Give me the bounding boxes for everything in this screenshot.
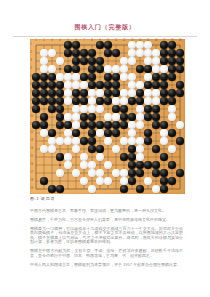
intersection-11-17[interactable] bbox=[112, 169, 120, 177]
intersection-16-5[interactable] bbox=[152, 73, 160, 81]
intersection-14-16[interactable] bbox=[136, 161, 144, 169]
intersection-18-8[interactable] bbox=[168, 97, 176, 105]
intersection-12-18[interactable] bbox=[120, 177, 128, 185]
intersection-6-11[interactable] bbox=[72, 121, 80, 129]
intersection-11-16[interactable] bbox=[112, 161, 120, 169]
intersection-7-13[interactable] bbox=[80, 137, 88, 145]
intersection-16-12[interactable] bbox=[152, 129, 160, 137]
intersection-14-10[interactable] bbox=[136, 113, 144, 121]
intersection-3-3[interactable] bbox=[48, 57, 56, 65]
intersection-8-1[interactable] bbox=[88, 41, 96, 49]
intersection-19-12[interactable] bbox=[176, 129, 184, 137]
intersection-11-14[interactable] bbox=[112, 145, 120, 153]
intersection-2-2[interactable] bbox=[40, 49, 48, 57]
intersection-2-19[interactable] bbox=[40, 185, 48, 193]
intersection-1-14[interactable] bbox=[32, 145, 40, 153]
intersection-12-13[interactable] bbox=[120, 137, 128, 145]
intersection-8-17[interactable] bbox=[88, 169, 96, 177]
intersection-15-12[interactable] bbox=[144, 129, 152, 137]
intersection-5-11[interactable] bbox=[64, 121, 72, 129]
intersection-7-10[interactable] bbox=[80, 113, 88, 121]
intersection-18-19[interactable] bbox=[168, 185, 176, 193]
intersection-4-9[interactable] bbox=[56, 105, 64, 113]
intersection-13-13[interactable] bbox=[128, 137, 136, 145]
intersection-10-18[interactable] bbox=[104, 177, 112, 185]
intersection-11-6[interactable] bbox=[112, 81, 120, 89]
intersection-8-13[interactable] bbox=[88, 137, 96, 145]
intersection-15-17[interactable] bbox=[144, 169, 152, 177]
intersection-7-16[interactable] bbox=[80, 161, 88, 169]
intersection-3-13[interactable] bbox=[48, 137, 56, 145]
intersection-14-18[interactable] bbox=[136, 177, 144, 185]
intersection-6-17[interactable] bbox=[72, 169, 80, 177]
intersection-18-17[interactable] bbox=[168, 169, 176, 177]
intersection-16-19[interactable] bbox=[152, 185, 160, 193]
intersection-10-12[interactable] bbox=[104, 129, 112, 137]
intersection-2-10[interactable] bbox=[40, 113, 48, 121]
intersection-14-1[interactable] bbox=[136, 41, 144, 49]
intersection-13-18[interactable] bbox=[128, 177, 136, 185]
intersection-5-18[interactable] bbox=[64, 177, 72, 185]
intersection-3-14[interactable] bbox=[48, 145, 56, 153]
intersection-19-6[interactable] bbox=[176, 81, 184, 89]
intersection-17-18[interactable] bbox=[160, 177, 168, 185]
intersection-17-9[interactable] bbox=[160, 105, 168, 113]
intersection-5-13[interactable] bbox=[64, 137, 72, 145]
intersection-12-1[interactable] bbox=[120, 41, 128, 49]
intersection-2-16[interactable] bbox=[40, 161, 48, 169]
intersection-13-16[interactable] bbox=[128, 161, 136, 169]
intersection-1-4[interactable] bbox=[32, 65, 40, 73]
intersection-16-4[interactable] bbox=[152, 65, 160, 73]
intersection-13-4[interactable] bbox=[128, 65, 136, 73]
intersection-18-16[interactable] bbox=[168, 161, 176, 169]
intersection-1-12[interactable] bbox=[32, 129, 40, 137]
intersection-13-17[interactable] bbox=[128, 169, 136, 177]
intersection-15-14[interactable] bbox=[144, 145, 152, 153]
intersection-16-18[interactable] bbox=[152, 177, 160, 185]
intersection-1-11[interactable] bbox=[32, 121, 40, 129]
intersection-12-16[interactable] bbox=[120, 161, 128, 169]
intersection-17-2[interactable] bbox=[160, 49, 168, 57]
intersection-10-5[interactable] bbox=[104, 73, 112, 81]
intersection-6-1[interactable] bbox=[72, 41, 80, 49]
intersection-9-11[interactable] bbox=[96, 121, 104, 129]
intersection-7-2[interactable] bbox=[80, 49, 88, 57]
intersection-17-3[interactable] bbox=[160, 57, 168, 65]
intersection-6-8[interactable] bbox=[72, 97, 80, 105]
intersection-17-16[interactable] bbox=[160, 161, 168, 169]
intersection-8-19[interactable] bbox=[88, 185, 96, 193]
intersection-5-9[interactable] bbox=[64, 105, 72, 113]
intersection-3-4[interactable] bbox=[48, 65, 56, 73]
intersection-19-9[interactable] bbox=[176, 105, 184, 113]
intersection-2-17[interactable] bbox=[40, 169, 48, 177]
intersection-10-8[interactable] bbox=[104, 97, 112, 105]
intersection-19-18[interactable] bbox=[176, 177, 184, 185]
intersection-11-4[interactable] bbox=[112, 65, 120, 73]
intersection-12-2[interactable] bbox=[120, 49, 128, 57]
intersection-15-15[interactable] bbox=[144, 153, 152, 161]
intersection-14-9[interactable] bbox=[136, 105, 144, 113]
intersection-10-1[interactable] bbox=[104, 41, 112, 49]
intersection-14-19[interactable] bbox=[136, 185, 144, 193]
intersection-15-8[interactable] bbox=[144, 97, 152, 105]
intersection-12-5[interactable] bbox=[120, 73, 128, 81]
intersection-14-2[interactable] bbox=[136, 49, 144, 57]
intersection-1-19[interactable] bbox=[32, 185, 40, 193]
intersection-5-7[interactable] bbox=[64, 89, 72, 97]
intersection-13-2[interactable] bbox=[128, 49, 136, 57]
intersection-5-14[interactable] bbox=[64, 145, 72, 153]
intersection-13-14[interactable] bbox=[128, 145, 136, 153]
intersection-10-10[interactable] bbox=[104, 113, 112, 121]
intersection-18-14[interactable] bbox=[168, 145, 176, 153]
intersection-16-8[interactable] bbox=[152, 97, 160, 105]
intersection-15-18[interactable] bbox=[144, 177, 152, 185]
intersection-2-15[interactable] bbox=[40, 153, 48, 161]
intersection-1-18[interactable] bbox=[32, 177, 40, 185]
intersection-15-13[interactable] bbox=[144, 137, 152, 145]
intersection-18-12[interactable] bbox=[168, 129, 176, 137]
intersection-11-19[interactable] bbox=[112, 185, 120, 193]
intersection-5-3[interactable] bbox=[64, 57, 72, 65]
intersection-18-1[interactable] bbox=[168, 41, 176, 49]
intersection-13-6[interactable] bbox=[128, 81, 136, 89]
intersection-6-7[interactable] bbox=[72, 89, 80, 97]
intersection-7-6[interactable] bbox=[80, 81, 88, 89]
intersection-3-12[interactable] bbox=[48, 129, 56, 137]
intersection-2-14[interactable] bbox=[40, 145, 48, 153]
intersection-17-4[interactable] bbox=[160, 65, 168, 73]
intersection-10-14[interactable] bbox=[104, 145, 112, 153]
intersection-10-11[interactable] bbox=[104, 121, 112, 129]
intersection-11-13[interactable] bbox=[112, 137, 120, 145]
intersection-12-10[interactable] bbox=[120, 113, 128, 121]
intersection-17-19[interactable] bbox=[160, 185, 168, 193]
intersection-7-7[interactable] bbox=[80, 89, 88, 97]
intersection-11-2[interactable] bbox=[112, 49, 120, 57]
intersection-6-15[interactable] bbox=[72, 153, 80, 161]
intersection-11-1[interactable] bbox=[112, 41, 120, 49]
intersection-3-18[interactable] bbox=[48, 177, 56, 185]
intersection-6-16[interactable] bbox=[72, 161, 80, 169]
intersection-3-10[interactable] bbox=[48, 113, 56, 121]
intersection-4-14[interactable] bbox=[56, 145, 64, 153]
intersection-16-10[interactable] bbox=[152, 113, 160, 121]
intersection-9-14[interactable] bbox=[96, 145, 104, 153]
intersection-9-2[interactable] bbox=[96, 49, 104, 57]
intersection-18-15[interactable] bbox=[168, 153, 176, 161]
intersection-12-7[interactable] bbox=[120, 89, 128, 97]
intersection-5-19[interactable] bbox=[64, 185, 72, 193]
intersection-3-7[interactable] bbox=[48, 89, 56, 97]
intersection-17-13[interactable] bbox=[160, 137, 168, 145]
intersection-4-4[interactable] bbox=[56, 65, 64, 73]
intersection-11-5[interactable] bbox=[112, 73, 120, 81]
intersection-10-3[interactable] bbox=[104, 57, 112, 65]
intersection-15-11[interactable] bbox=[144, 121, 152, 129]
intersection-10-7[interactable] bbox=[104, 89, 112, 97]
intersection-6-3[interactable] bbox=[72, 57, 80, 65]
intersection-6-4[interactable] bbox=[72, 65, 80, 73]
intersection-15-3[interactable] bbox=[144, 57, 152, 65]
intersection-17-12[interactable] bbox=[160, 129, 168, 137]
intersection-10-6[interactable] bbox=[104, 81, 112, 89]
intersection-4-3[interactable] bbox=[56, 57, 64, 65]
intersection-8-11[interactable] bbox=[88, 121, 96, 129]
intersection-2-11[interactable] bbox=[40, 121, 48, 129]
intersection-16-16[interactable] bbox=[152, 161, 160, 169]
intersection-4-2[interactable] bbox=[56, 49, 64, 57]
intersection-16-11[interactable] bbox=[152, 121, 160, 129]
intersection-3-9[interactable] bbox=[48, 105, 56, 113]
intersection-13-10[interactable] bbox=[128, 113, 136, 121]
intersection-15-9[interactable] bbox=[144, 105, 152, 113]
intersection-19-10[interactable] bbox=[176, 113, 184, 121]
intersection-17-8[interactable] bbox=[160, 97, 168, 105]
intersection-18-10[interactable] bbox=[168, 113, 176, 121]
intersection-9-4[interactable] bbox=[96, 65, 104, 73]
intersection-18-13[interactable] bbox=[168, 137, 176, 145]
intersection-8-14[interactable] bbox=[88, 145, 96, 153]
intersection-7-18[interactable] bbox=[80, 177, 88, 185]
intersection-5-8[interactable] bbox=[64, 97, 72, 105]
intersection-10-17[interactable] bbox=[104, 169, 112, 177]
intersection-19-4[interactable] bbox=[176, 65, 184, 73]
intersection-16-14[interactable] bbox=[152, 145, 160, 153]
intersection-16-13[interactable] bbox=[152, 137, 160, 145]
intersection-19-5[interactable] bbox=[176, 73, 184, 81]
intersection-14-11[interactable] bbox=[136, 121, 144, 129]
intersection-14-14[interactable] bbox=[136, 145, 144, 153]
intersection-17-5[interactable] bbox=[160, 73, 168, 81]
intersection-7-4[interactable] bbox=[80, 65, 88, 73]
intersection-3-5[interactable] bbox=[48, 73, 56, 81]
intersection-8-12[interactable] bbox=[88, 129, 96, 137]
intersection-9-12[interactable] bbox=[96, 129, 104, 137]
intersection-7-1[interactable] bbox=[80, 41, 88, 49]
intersection-4-16[interactable] bbox=[56, 161, 64, 169]
intersection-13-11[interactable] bbox=[128, 121, 136, 129]
intersection-12-11[interactable] bbox=[120, 121, 128, 129]
intersection-2-6[interactable] bbox=[40, 81, 48, 89]
intersection-5-6[interactable] bbox=[64, 81, 72, 89]
intersection-9-9[interactable] bbox=[96, 105, 104, 113]
intersection-16-7[interactable] bbox=[152, 89, 160, 97]
intersection-14-4[interactable] bbox=[136, 65, 144, 73]
intersection-8-15[interactable] bbox=[88, 153, 96, 161]
intersection-8-6[interactable] bbox=[88, 81, 96, 89]
intersection-1-1[interactable] bbox=[32, 41, 40, 49]
intersection-1-16[interactable] bbox=[32, 161, 40, 169]
intersection-2-18[interactable] bbox=[40, 177, 48, 185]
intersection-15-19[interactable] bbox=[144, 185, 152, 193]
intersection-12-14[interactable] bbox=[120, 145, 128, 153]
intersection-1-2[interactable] bbox=[32, 49, 40, 57]
intersection-7-14[interactable] bbox=[80, 145, 88, 153]
intersection-1-3[interactable] bbox=[32, 57, 40, 65]
intersection-6-2[interactable] bbox=[72, 49, 80, 57]
intersection-2-5[interactable] bbox=[40, 73, 48, 81]
intersection-18-3[interactable] bbox=[168, 57, 176, 65]
intersection-5-5[interactable] bbox=[64, 73, 72, 81]
intersection-13-12[interactable] bbox=[128, 129, 136, 137]
intersection-13-19[interactable] bbox=[128, 185, 136, 193]
intersection-9-15[interactable] bbox=[96, 153, 104, 161]
intersection-6-19[interactable] bbox=[72, 185, 80, 193]
intersection-3-8[interactable] bbox=[48, 97, 56, 105]
intersection-18-7[interactable] bbox=[168, 89, 176, 97]
intersection-11-9[interactable] bbox=[112, 105, 120, 113]
intersection-14-6[interactable] bbox=[136, 81, 144, 89]
intersection-3-19[interactable] bbox=[48, 185, 56, 193]
intersection-3-6[interactable] bbox=[48, 81, 56, 89]
intersection-11-10[interactable] bbox=[112, 113, 120, 121]
intersection-5-1[interactable] bbox=[64, 41, 72, 49]
intersection-4-6[interactable] bbox=[56, 81, 64, 89]
intersection-17-15[interactable] bbox=[160, 153, 168, 161]
intersection-15-4[interactable] bbox=[144, 65, 152, 73]
intersection-8-5[interactable] bbox=[88, 73, 96, 81]
intersection-7-19[interactable] bbox=[80, 185, 88, 193]
intersection-7-9[interactable] bbox=[80, 105, 88, 113]
intersection-1-9[interactable] bbox=[32, 105, 40, 113]
intersection-12-8[interactable] bbox=[120, 97, 128, 105]
intersection-19-3[interactable] bbox=[176, 57, 184, 65]
intersection-17-1[interactable] bbox=[160, 41, 168, 49]
intersection-2-13[interactable] bbox=[40, 137, 48, 145]
intersection-7-5[interactable] bbox=[80, 73, 88, 81]
intersection-18-18[interactable] bbox=[168, 177, 176, 185]
intersection-12-17[interactable] bbox=[120, 169, 128, 177]
intersection-9-7[interactable] bbox=[96, 89, 104, 97]
intersection-7-8[interactable] bbox=[80, 97, 88, 105]
intersection-2-12[interactable] bbox=[40, 129, 48, 137]
intersection-4-1[interactable] bbox=[56, 41, 64, 49]
intersection-9-1[interactable] bbox=[96, 41, 104, 49]
intersection-15-10[interactable] bbox=[144, 113, 152, 121]
intersection-11-8[interactable] bbox=[112, 97, 120, 105]
intersection-19-14[interactable] bbox=[176, 145, 184, 153]
intersection-1-10[interactable] bbox=[32, 113, 40, 121]
intersection-14-17[interactable] bbox=[136, 169, 144, 177]
intersection-4-13[interactable] bbox=[56, 137, 64, 145]
intersection-4-18[interactable] bbox=[56, 177, 64, 185]
intersection-5-2[interactable] bbox=[64, 49, 72, 57]
intersection-1-5[interactable] bbox=[32, 73, 40, 81]
intersection-4-8[interactable] bbox=[56, 97, 64, 105]
intersection-4-15[interactable] bbox=[56, 153, 64, 161]
intersection-6-9[interactable] bbox=[72, 105, 80, 113]
intersection-14-3[interactable] bbox=[136, 57, 144, 65]
intersection-8-9[interactable] bbox=[88, 105, 96, 113]
intersection-6-10[interactable] bbox=[72, 113, 80, 121]
intersection-18-11[interactable] bbox=[168, 121, 176, 129]
intersection-3-2[interactable] bbox=[48, 49, 56, 57]
intersection-12-9[interactable] bbox=[120, 105, 128, 113]
intersection-9-8[interactable] bbox=[96, 97, 104, 105]
intersection-1-8[interactable] bbox=[32, 97, 40, 105]
intersection-1-15[interactable] bbox=[32, 153, 40, 161]
intersection-16-15[interactable] bbox=[152, 153, 160, 161]
intersection-18-6[interactable] bbox=[168, 81, 176, 89]
intersection-9-10[interactable] bbox=[96, 113, 104, 121]
intersection-14-7[interactable] bbox=[136, 89, 144, 97]
intersection-10-9[interactable] bbox=[104, 105, 112, 113]
intersection-15-16[interactable] bbox=[144, 161, 152, 169]
intersection-4-5[interactable] bbox=[56, 73, 64, 81]
intersection-18-9[interactable] bbox=[168, 105, 176, 113]
intersection-10-19[interactable] bbox=[104, 185, 112, 193]
intersection-12-3[interactable] bbox=[120, 57, 128, 65]
intersection-6-5[interactable] bbox=[72, 73, 80, 81]
intersection-4-7[interactable] bbox=[56, 89, 64, 97]
intersection-13-8[interactable] bbox=[128, 97, 136, 105]
intersection-3-1[interactable] bbox=[48, 41, 56, 49]
intersection-8-10[interactable] bbox=[88, 113, 96, 121]
intersection-15-5[interactable] bbox=[144, 73, 152, 81]
intersection-4-11[interactable] bbox=[56, 121, 64, 129]
intersection-5-12[interactable] bbox=[64, 129, 72, 137]
intersection-15-7[interactable] bbox=[144, 89, 152, 97]
intersection-19-8[interactable] bbox=[176, 97, 184, 105]
intersection-9-5[interactable] bbox=[96, 73, 104, 81]
intersection-19-19[interactable] bbox=[176, 185, 184, 193]
intersection-12-15[interactable] bbox=[120, 153, 128, 161]
intersection-7-11[interactable] bbox=[80, 121, 88, 129]
intersection-16-1[interactable] bbox=[152, 41, 160, 49]
intersection-12-12[interactable] bbox=[120, 129, 128, 137]
intersection-11-3[interactable] bbox=[112, 57, 120, 65]
intersection-16-6[interactable] bbox=[152, 81, 160, 89]
intersection-6-12[interactable] bbox=[72, 129, 80, 137]
intersection-8-16[interactable] bbox=[88, 161, 96, 169]
intersection-19-17[interactable] bbox=[176, 169, 184, 177]
intersection-9-6[interactable] bbox=[96, 81, 104, 89]
intersection-1-13[interactable] bbox=[32, 137, 40, 145]
intersection-13-9[interactable] bbox=[128, 105, 136, 113]
intersection-7-15[interactable] bbox=[80, 153, 88, 161]
intersection-4-19[interactable] bbox=[56, 185, 64, 193]
intersection-11-18[interactable] bbox=[112, 177, 120, 185]
intersection-8-7[interactable] bbox=[88, 89, 96, 97]
intersection-3-17[interactable] bbox=[48, 169, 56, 177]
intersection-6-6[interactable] bbox=[72, 81, 80, 89]
intersection-3-16[interactable] bbox=[48, 161, 56, 169]
intersection-16-2[interactable] bbox=[152, 49, 160, 57]
intersection-11-7[interactable] bbox=[112, 89, 120, 97]
intersection-6-18[interactable] bbox=[72, 177, 80, 185]
intersection-19-16[interactable] bbox=[176, 161, 184, 169]
intersection-19-1[interactable] bbox=[176, 41, 184, 49]
intersection-6-14[interactable] bbox=[72, 145, 80, 153]
intersection-5-17[interactable] bbox=[64, 169, 72, 177]
intersection-2-1[interactable] bbox=[40, 41, 48, 49]
intersection-8-3[interactable] bbox=[88, 57, 96, 65]
intersection-2-3[interactable] bbox=[40, 57, 48, 65]
intersection-18-5[interactable] bbox=[168, 73, 176, 81]
intersection-8-4[interactable] bbox=[88, 65, 96, 73]
intersection-9-16[interactable] bbox=[96, 161, 104, 169]
intersection-14-5[interactable] bbox=[136, 73, 144, 81]
intersection-18-2[interactable] bbox=[168, 49, 176, 57]
intersection-17-14[interactable] bbox=[160, 145, 168, 153]
intersection-17-10[interactable] bbox=[160, 113, 168, 121]
intersection-2-7[interactable] bbox=[40, 89, 48, 97]
intersection-5-15[interactable] bbox=[64, 153, 72, 161]
intersection-14-12[interactable] bbox=[136, 129, 144, 137]
